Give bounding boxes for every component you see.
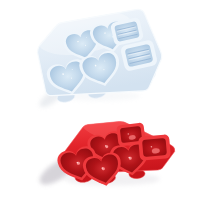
red-tray [36, 112, 175, 189]
product-photo [0, 0, 220, 220]
product-photo-canvas [0, 0, 220, 220]
blue-tray [34, 3, 162, 110]
red-square-cavity-2 [138, 134, 171, 161]
